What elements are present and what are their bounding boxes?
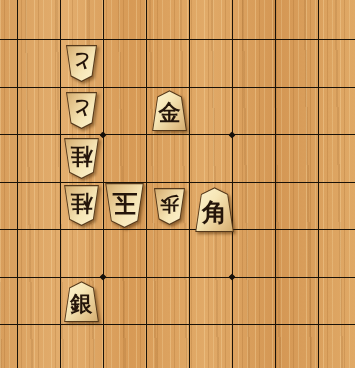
board-cell: と — [60, 40, 103, 88]
piece-sente-silver-77[interactable]: 銀 — [63, 281, 100, 322]
piece-gote-knight-75[interactable]: 桂 — [63, 185, 100, 226]
piece-glyph: 玉 — [104, 184, 145, 222]
board-cell: 桂 — [60, 182, 103, 230]
piece-sente-bishop-45[interactable]: 角 — [194, 187, 235, 232]
pieces-layer: とと桂桂玉歩金角銀 — [0, 0, 355, 368]
koma-shape: 角 — [194, 187, 235, 232]
piece-gote-tokin-72[interactable]: と — [65, 45, 98, 82]
piece-glyph: 歩 — [153, 189, 186, 220]
piece-glyph: 角 — [194, 193, 235, 231]
board-cell: 玉 — [103, 182, 146, 230]
board-cell: 銀 — [60, 277, 103, 325]
board-cell: 歩 — [146, 182, 189, 230]
piece-gote-king-65[interactable]: 玉 — [104, 183, 145, 228]
piece-glyph: 桂 — [63, 186, 100, 221]
koma-shape: 歩 — [153, 188, 186, 225]
piece-gote-tokin-73[interactable]: と — [65, 92, 98, 129]
koma-shape: 銀 — [63, 281, 100, 322]
board-cell: 金 — [146, 87, 189, 135]
board-cell: 桂 — [60, 135, 103, 183]
koma-shape: 桂 — [63, 138, 100, 179]
piece-glyph: と — [65, 45, 98, 76]
board-cell: 角 — [189, 182, 232, 230]
shogi-board[interactable]: とと桂桂玉歩金角銀 — [0, 0, 355, 368]
piece-glyph: 銀 — [63, 287, 100, 322]
piece-glyph: 金 — [151, 96, 188, 131]
piece-sente-gold-53[interactable]: 金 — [151, 90, 188, 131]
koma-shape: 金 — [151, 90, 188, 131]
koma-shape: と — [65, 45, 98, 82]
piece-glyph: と — [65, 93, 98, 124]
piece-gote-pawn-55[interactable]: 歩 — [153, 188, 186, 225]
koma-shape: と — [65, 92, 98, 129]
koma-shape: 玉 — [104, 183, 145, 228]
koma-shape: 桂 — [63, 185, 100, 226]
board-cell: と — [60, 87, 103, 135]
piece-gote-knight-74[interactable]: 桂 — [63, 138, 100, 179]
piece-glyph: 桂 — [63, 139, 100, 174]
